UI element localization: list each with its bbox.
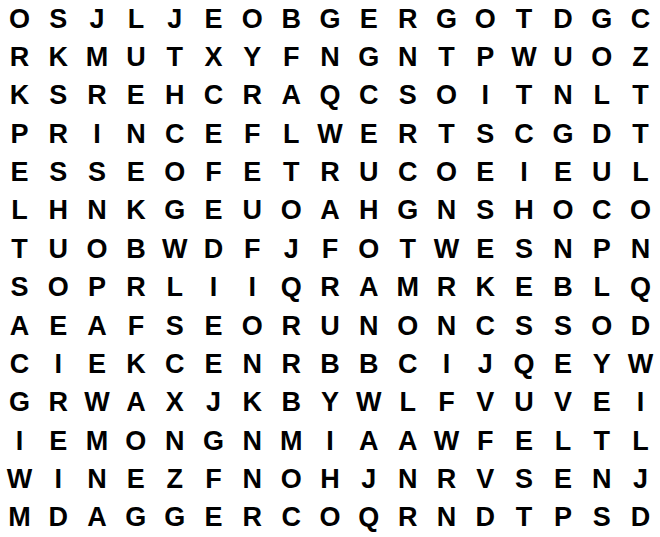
grid-cell[interactable]: W	[621, 345, 660, 383]
grid-cell[interactable]: E	[233, 153, 272, 191]
grid-cell[interactable]: G	[582, 0, 621, 38]
grid-cell[interactable]: E	[194, 115, 233, 153]
grid-cell[interactable]: E	[466, 230, 505, 268]
grid-cell[interactable]: T	[582, 422, 621, 460]
grid-cell[interactable]: F	[116, 307, 155, 345]
grid-cell[interactable]: R	[0, 38, 39, 76]
grid-cell[interactable]: N	[427, 499, 466, 537]
grid-cell[interactable]: H	[155, 77, 194, 115]
grid-cell[interactable]: E	[349, 115, 388, 153]
grid-cell[interactable]: M	[78, 422, 117, 460]
grid-cell[interactable]: R	[427, 269, 466, 307]
grid-cell[interactable]: V	[544, 384, 583, 422]
grid-cell[interactable]: S	[39, 77, 78, 115]
grid-cell[interactable]: M	[272, 422, 311, 460]
grid-cell[interactable]: I	[621, 384, 660, 422]
grid-cell[interactable]: N	[78, 460, 117, 498]
grid-cell[interactable]: Q	[311, 77, 350, 115]
grid-cell[interactable]: I	[427, 345, 466, 383]
grid-cell[interactable]: E	[582, 384, 621, 422]
grid-cell[interactable]: N	[155, 422, 194, 460]
grid-cell[interactable]: B	[311, 345, 350, 383]
grid-cell[interactable]: F	[466, 422, 505, 460]
grid-cell[interactable]: N	[388, 460, 427, 498]
grid-cell[interactable]: C	[272, 499, 311, 537]
grid-cell[interactable]: G	[0, 384, 39, 422]
grid-cell[interactable]: S	[505, 460, 544, 498]
grid-cell[interactable]: S	[388, 77, 427, 115]
grid-cell[interactable]: O	[388, 307, 427, 345]
grid-cell[interactable]: T	[505, 0, 544, 38]
grid-cell[interactable]: F	[427, 384, 466, 422]
grid-cell[interactable]: C	[349, 77, 388, 115]
grid-cell[interactable]: T	[505, 77, 544, 115]
grid-cell[interactable]: S	[0, 269, 39, 307]
grid-cell[interactable]: E	[39, 307, 78, 345]
grid-cell[interactable]: U	[39, 230, 78, 268]
grid-cell[interactable]: Q	[621, 269, 660, 307]
grid-cell[interactable]: V	[466, 384, 505, 422]
grid-cell[interactable]: G	[155, 499, 194, 537]
grid-cell[interactable]: P	[78, 269, 117, 307]
grid-cell[interactable]: W	[0, 460, 39, 498]
grid-cell[interactable]: C	[582, 192, 621, 230]
grid-cell[interactable]: B	[116, 230, 155, 268]
grid-cell[interactable]: I	[39, 345, 78, 383]
grid-cell[interactable]: K	[466, 269, 505, 307]
grid-cell[interactable]: O	[155, 153, 194, 191]
grid-cell[interactable]: K	[39, 38, 78, 76]
grid-cell[interactable]: N	[116, 115, 155, 153]
grid-cell[interactable]: N	[427, 307, 466, 345]
grid-cell[interactable]: K	[233, 384, 272, 422]
grid-cell[interactable]: J	[155, 0, 194, 38]
grid-cell[interactable]: N	[544, 230, 583, 268]
grid-cell[interactable]: L	[272, 115, 311, 153]
grid-cell[interactable]: V	[466, 460, 505, 498]
grid-cell[interactable]: R	[116, 269, 155, 307]
grid-cell[interactable]: H	[349, 192, 388, 230]
grid-cell[interactable]: D	[621, 307, 660, 345]
grid-cell[interactable]: J	[272, 230, 311, 268]
grid-cell[interactable]: C	[155, 115, 194, 153]
grid-cell[interactable]: D	[194, 230, 233, 268]
grid-cell[interactable]: B	[544, 269, 583, 307]
grid-cell[interactable]: Q	[505, 345, 544, 383]
grid-cell[interactable]: L	[116, 0, 155, 38]
grid-cell[interactable]: G	[155, 192, 194, 230]
grid-cell[interactable]: A	[349, 422, 388, 460]
grid-cell[interactable]: T	[427, 38, 466, 76]
grid-cell[interactable]: C	[155, 345, 194, 383]
grid-cell[interactable]: I	[78, 115, 117, 153]
grid-cell[interactable]: R	[39, 384, 78, 422]
grid-cell[interactable]: R	[388, 499, 427, 537]
grid-cell[interactable]: O	[116, 422, 155, 460]
grid-cell[interactable]: J	[621, 460, 660, 498]
grid-cell[interactable]: R	[427, 460, 466, 498]
grid-cell[interactable]: U	[233, 192, 272, 230]
grid-cell[interactable]: S	[466, 192, 505, 230]
grid-cell[interactable]: E	[78, 345, 117, 383]
grid-cell[interactable]: Q	[272, 269, 311, 307]
grid-cell[interactable]: M	[388, 269, 427, 307]
grid-cell[interactable]: Q	[349, 499, 388, 537]
grid-cell[interactable]: U	[544, 38, 583, 76]
grid-cell[interactable]: X	[194, 38, 233, 76]
grid-cell[interactable]: W	[349, 384, 388, 422]
grid-cell[interactable]: T	[505, 499, 544, 537]
grid-cell[interactable]: R	[233, 77, 272, 115]
grid-cell[interactable]: O	[582, 38, 621, 76]
grid-cell[interactable]: I	[233, 269, 272, 307]
grid-cell[interactable]: O	[272, 192, 311, 230]
grid-cell[interactable]: W	[505, 38, 544, 76]
grid-cell[interactable]: S	[39, 0, 78, 38]
grid-cell[interactable]: D	[544, 0, 583, 38]
grid-cell[interactable]: T	[272, 153, 311, 191]
grid-cell[interactable]: O	[233, 307, 272, 345]
grid-cell[interactable]: U	[505, 384, 544, 422]
grid-cell[interactable]: O	[621, 192, 660, 230]
grid-cell[interactable]: N	[78, 192, 117, 230]
grid-cell[interactable]: S	[505, 230, 544, 268]
grid-cell[interactable]: O	[78, 230, 117, 268]
grid-cell[interactable]: Y	[311, 384, 350, 422]
grid-cell[interactable]: L	[582, 77, 621, 115]
grid-cell[interactable]: C	[0, 345, 39, 383]
grid-cell[interactable]: H	[311, 460, 350, 498]
grid-cell[interactable]: T	[427, 115, 466, 153]
grid-cell[interactable]: E	[544, 345, 583, 383]
grid-cell[interactable]: E	[39, 422, 78, 460]
grid-cell[interactable]: C	[388, 153, 427, 191]
grid-cell[interactable]: R	[272, 345, 311, 383]
grid-cell[interactable]: B	[272, 0, 311, 38]
grid-cell[interactable]: J	[349, 460, 388, 498]
grid-cell[interactable]: O	[39, 269, 78, 307]
grid-cell[interactable]: O	[311, 499, 350, 537]
grid-cell[interactable]: E	[116, 77, 155, 115]
grid-cell[interactable]: J	[78, 0, 117, 38]
grid-cell[interactable]: U	[311, 307, 350, 345]
grid-cell[interactable]: E	[544, 153, 583, 191]
grid-cell[interactable]: W	[78, 384, 117, 422]
grid-cell[interactable]: I	[39, 460, 78, 498]
grid-cell[interactable]: A	[349, 269, 388, 307]
grid-cell[interactable]: I	[505, 153, 544, 191]
grid-cell[interactable]: J	[194, 384, 233, 422]
grid-cell[interactable]: C	[194, 77, 233, 115]
grid-cell[interactable]: I	[194, 269, 233, 307]
grid-cell[interactable]: L	[582, 269, 621, 307]
grid-cell[interactable]: O	[427, 153, 466, 191]
grid-cell[interactable]: P	[544, 499, 583, 537]
grid-cell[interactable]: N	[233, 460, 272, 498]
grid-cell[interactable]: J	[466, 345, 505, 383]
grid-cell[interactable]: L	[621, 153, 660, 191]
grid-cell[interactable]: E	[194, 345, 233, 383]
grid-cell[interactable]: T	[388, 230, 427, 268]
grid-cell[interactable]: N	[427, 192, 466, 230]
grid-cell[interactable]: E	[0, 153, 39, 191]
grid-cell[interactable]: T	[621, 77, 660, 115]
grid-cell[interactable]: G	[311, 0, 350, 38]
grid-cell[interactable]: I	[311, 422, 350, 460]
grid-cell[interactable]: E	[194, 0, 233, 38]
grid-cell[interactable]: H	[39, 192, 78, 230]
grid-cell[interactable]: F	[194, 460, 233, 498]
grid-cell[interactable]: M	[78, 38, 117, 76]
grid-cell[interactable]: S	[544, 307, 583, 345]
grid-cell[interactable]: A	[272, 77, 311, 115]
grid-cell[interactable]: P	[582, 230, 621, 268]
grid-cell[interactable]: L	[544, 422, 583, 460]
grid-cell[interactable]: C	[505, 115, 544, 153]
grid-cell[interactable]: S	[39, 153, 78, 191]
grid-cell[interactable]: F	[311, 230, 350, 268]
grid-cell[interactable]: D	[582, 115, 621, 153]
grid-cell[interactable]: L	[0, 192, 39, 230]
grid-cell[interactable]: E	[116, 153, 155, 191]
word-search-grid: OSJLJEOBGERGOTDGCRKMUTXYFNGNTPWUOZKSREHC…	[0, 0, 660, 537]
grid-cell[interactable]: Z	[155, 460, 194, 498]
grid-cell[interactable]: K	[116, 192, 155, 230]
grid-cell[interactable]: E	[349, 0, 388, 38]
grid-cell[interactable]: Z	[621, 38, 660, 76]
grid-cell[interactable]: O	[466, 0, 505, 38]
grid-cell[interactable]: U	[582, 153, 621, 191]
grid-cell[interactable]: L	[621, 422, 660, 460]
grid-cell[interactable]: F	[233, 230, 272, 268]
grid-cell[interactable]: G	[544, 115, 583, 153]
grid-cell[interactable]: A	[0, 307, 39, 345]
grid-cell[interactable]: U	[116, 38, 155, 76]
grid-cell[interactable]: E	[194, 192, 233, 230]
grid-cell[interactable]: O	[582, 307, 621, 345]
grid-cell[interactable]: G	[194, 422, 233, 460]
grid-cell[interactable]: C	[466, 307, 505, 345]
grid-cell[interactable]: O	[349, 230, 388, 268]
grid-cell[interactable]: E	[194, 307, 233, 345]
grid-cell[interactable]: F	[233, 115, 272, 153]
grid-cell[interactable]: I	[0, 422, 39, 460]
grid-cell[interactable]: S	[466, 115, 505, 153]
grid-cell[interactable]: P	[466, 38, 505, 76]
grid-cell[interactable]: D	[39, 499, 78, 537]
grid-cell[interactable]: R	[233, 499, 272, 537]
grid-cell[interactable]: T	[621, 115, 660, 153]
grid-cell[interactable]: E	[116, 460, 155, 498]
grid-cell[interactable]: Y	[233, 38, 272, 76]
grid-cell[interactable]: S	[505, 307, 544, 345]
grid-cell[interactable]: E	[194, 499, 233, 537]
grid-cell[interactable]: L	[388, 384, 427, 422]
grid-cell[interactable]: N	[544, 77, 583, 115]
grid-cell[interactable]: X	[155, 384, 194, 422]
grid-cell[interactable]: O	[272, 460, 311, 498]
grid-cell[interactable]: N	[582, 460, 621, 498]
grid-cell[interactable]: P	[0, 115, 39, 153]
grid-cell[interactable]: N	[621, 230, 660, 268]
grid-cell[interactable]: H	[505, 192, 544, 230]
grid-cell[interactable]: R	[78, 77, 117, 115]
grid-cell[interactable]: G	[427, 0, 466, 38]
grid-cell[interactable]: E	[505, 269, 544, 307]
grid-cell[interactable]: R	[311, 153, 350, 191]
grid-cell[interactable]: N	[349, 307, 388, 345]
grid-cell[interactable]: G	[116, 499, 155, 537]
grid-cell[interactable]: D	[466, 499, 505, 537]
grid-cell[interactable]: A	[388, 422, 427, 460]
grid-cell[interactable]: B	[349, 345, 388, 383]
grid-cell[interactable]: C	[388, 345, 427, 383]
grid-cell[interactable]: W	[155, 230, 194, 268]
grid-cell[interactable]: G	[388, 192, 427, 230]
grid-cell[interactable]: A	[311, 192, 350, 230]
grid-cell[interactable]: E	[505, 422, 544, 460]
grid-cell[interactable]: U	[349, 153, 388, 191]
grid-cell[interactable]: T	[155, 38, 194, 76]
grid-cell[interactable]: O	[427, 77, 466, 115]
grid-cell[interactable]: N	[388, 38, 427, 76]
grid-cell[interactable]: L	[155, 269, 194, 307]
grid-cell[interactable]: W	[427, 230, 466, 268]
grid-cell[interactable]: E	[466, 153, 505, 191]
grid-cell[interactable]: N	[233, 422, 272, 460]
grid-cell[interactable]: A	[78, 499, 117, 537]
grid-cell[interactable]: S	[155, 307, 194, 345]
grid-cell[interactable]: R	[311, 269, 350, 307]
grid-cell[interactable]: D	[621, 499, 660, 537]
grid-cell[interactable]: I	[466, 77, 505, 115]
grid-cell[interactable]: N	[233, 345, 272, 383]
grid-cell[interactable]: T	[0, 230, 39, 268]
grid-cell[interactable]: R	[39, 115, 78, 153]
grid-cell[interactable]: N	[311, 38, 350, 76]
grid-cell[interactable]: M	[0, 499, 39, 537]
grid-cell[interactable]: W	[427, 422, 466, 460]
grid-cell[interactable]: A	[78, 307, 117, 345]
grid-cell[interactable]: O	[544, 192, 583, 230]
word-search-page: OSJLJEOBGERGOTDGCRKMUTXYFNGNTPWUOZKSREHC…	[0, 0, 660, 537]
grid-cell[interactable]: E	[544, 460, 583, 498]
grid-cell[interactable]: R	[272, 307, 311, 345]
grid-cell[interactable]: F	[272, 38, 311, 76]
grid-cell[interactable]: W	[311, 115, 350, 153]
grid-cell[interactable]: K	[0, 77, 39, 115]
grid-cell[interactable]: S	[78, 153, 117, 191]
grid-cell[interactable]: G	[349, 38, 388, 76]
grid-cell[interactable]: B	[272, 384, 311, 422]
grid-cell[interactable]: O	[233, 0, 272, 38]
grid-cell[interactable]: F	[194, 153, 233, 191]
grid-cell[interactable]: R	[388, 115, 427, 153]
grid-cell[interactable]: S	[582, 499, 621, 537]
grid-cell[interactable]: A	[116, 384, 155, 422]
grid-cell[interactable]: R	[388, 0, 427, 38]
grid-cell[interactable]: K	[116, 345, 155, 383]
grid-cell[interactable]: O	[0, 0, 39, 38]
grid-cell[interactable]: Y	[582, 345, 621, 383]
grid-cell[interactable]: C	[621, 0, 660, 38]
